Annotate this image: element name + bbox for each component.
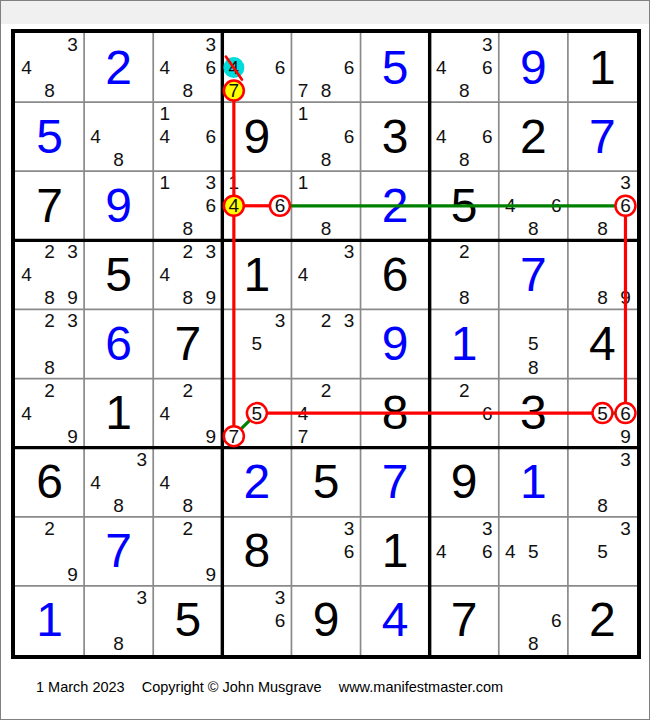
cell-r9c2[interactable]: 38 xyxy=(84,586,153,655)
candidate-6: 6 xyxy=(268,194,291,217)
solved-digit: 2 xyxy=(222,448,291,517)
candidate-8: 8 xyxy=(314,148,337,171)
candidate-3: 3 xyxy=(476,33,499,56)
cell-r6c2[interactable]: 1 xyxy=(84,379,153,448)
candidate-4: 4 xyxy=(153,125,176,148)
candidate-4: 4 xyxy=(430,125,453,148)
candidate-4: 4 xyxy=(15,402,38,425)
candidate-4: 4 xyxy=(153,56,176,79)
given-digit: 9 xyxy=(222,102,291,171)
candidate-5: 5 xyxy=(522,540,545,563)
cell-r6c5[interactable]: 247 xyxy=(291,379,360,448)
given-digit: 4 xyxy=(568,309,637,378)
cell-r4c8[interactable]: 7 xyxy=(499,240,568,309)
candidate-3: 3 xyxy=(338,309,361,332)
candidate-9: 9 xyxy=(614,425,637,448)
cell-r9c4[interactable]: 36 xyxy=(222,586,291,655)
candidate-8: 8 xyxy=(38,286,61,309)
cell-r6c7[interactable]: 26 xyxy=(430,379,499,448)
given-digit: 6 xyxy=(15,448,84,517)
candidate-1: 1 xyxy=(291,102,314,125)
candidate-9: 9 xyxy=(199,425,222,448)
candidate-3: 3 xyxy=(130,586,153,609)
given-digit: 2 xyxy=(499,102,568,171)
cell-r8c9[interactable]: 35 xyxy=(568,517,637,586)
solved-digit: 7 xyxy=(361,448,430,517)
cell-r2c3[interactable]: 146 xyxy=(153,102,222,171)
given-digit: 5 xyxy=(84,240,153,309)
candidate-4: 4 xyxy=(153,263,176,286)
cell-r1c7[interactable]: 3468 xyxy=(430,33,499,102)
cell-r2c1[interactable]: 5 xyxy=(15,102,84,171)
cell-r5c5[interactable]: 23 xyxy=(291,309,360,378)
candidate-8: 8 xyxy=(107,148,130,171)
cell-r9c3[interactable]: 5 xyxy=(153,586,222,655)
solved-digit: 5 xyxy=(15,102,84,171)
candidate-3: 3 xyxy=(61,240,84,263)
candidate-6: 6 xyxy=(199,56,222,79)
cell-r9c8[interactable]: 68 xyxy=(499,586,568,655)
candidate-8: 8 xyxy=(38,79,61,102)
candidate-5: 5 xyxy=(591,402,614,425)
candidate-5: 5 xyxy=(522,332,545,355)
solved-digit: 5 xyxy=(361,33,430,102)
footer: 1 March 2023 Copyright © John Musgrave w… xyxy=(36,679,503,695)
cell-r4c9[interactable]: 89 xyxy=(568,240,637,309)
cell-r4c5[interactable]: 34 xyxy=(291,240,360,309)
candidate-8: 8 xyxy=(522,356,545,379)
candidate-4: 4 xyxy=(153,471,176,494)
cell-r2c5[interactable]: 168 xyxy=(291,102,360,171)
candidate-8: 8 xyxy=(453,79,476,102)
candidate-3: 3 xyxy=(268,309,291,332)
solved-digit: 9 xyxy=(361,309,430,378)
given-digit: 1 xyxy=(84,379,153,448)
candidate-2: 2 xyxy=(38,379,61,402)
given-digit: 1 xyxy=(222,240,291,309)
given-digit: 5 xyxy=(291,448,360,517)
cell-r5c6[interactable]: 9 xyxy=(361,309,430,378)
cell-r8c1[interactable]: 29 xyxy=(15,517,84,586)
candidate-2: 2 xyxy=(176,240,199,263)
candidate-2: 2 xyxy=(176,379,199,402)
candidate-7: 7 xyxy=(222,79,245,102)
candidate-8: 8 xyxy=(591,286,614,309)
solved-digit: 7 xyxy=(499,240,568,309)
candidate-3: 3 xyxy=(61,309,84,332)
solved-digit: 9 xyxy=(499,33,568,102)
given-digit: 2 xyxy=(568,586,637,655)
cell-r4c2[interactable]: 5 xyxy=(84,240,153,309)
given-digit: 9 xyxy=(430,448,499,517)
cell-r5c3[interactable]: 7 xyxy=(153,309,222,378)
cell-r5c2[interactable]: 6 xyxy=(84,309,153,378)
cell-r4c7[interactable]: 28 xyxy=(430,240,499,309)
candidate-7: 7 xyxy=(291,425,314,448)
solved-digit: 1 xyxy=(15,586,84,655)
candidate-9: 9 xyxy=(614,286,637,309)
candidate-4: 4 xyxy=(153,402,176,425)
candidate-6: 6 xyxy=(338,56,361,79)
solved-digit: 2 xyxy=(84,33,153,102)
candidate-3: 3 xyxy=(130,448,153,471)
given-digit: 8 xyxy=(222,517,291,586)
solved-digit: 1 xyxy=(430,309,499,378)
cell-r2c4[interactable]: 9 xyxy=(222,102,291,171)
cell-r3c7[interactable]: 5 xyxy=(430,171,499,240)
cell-r6c8[interactable]: 3 xyxy=(499,379,568,448)
cell-r5c7[interactable]: 1 xyxy=(430,309,499,378)
candidate-3: 3 xyxy=(614,448,637,471)
candidate-8: 8 xyxy=(176,79,199,102)
candidate-9: 9 xyxy=(199,563,222,586)
cell-r1c9[interactable]: 1 xyxy=(568,33,637,102)
cell-r6c3[interactable]: 249 xyxy=(153,379,222,448)
candidate-4: 4 xyxy=(222,194,245,217)
cell-r1c4[interactable]: 467 xyxy=(222,33,291,102)
cell-r2c2[interactable]: 48 xyxy=(84,102,153,171)
candidate-8: 8 xyxy=(176,286,199,309)
cell-r9c7[interactable]: 7 xyxy=(430,586,499,655)
candidate-3: 3 xyxy=(199,171,222,194)
candidate-8: 8 xyxy=(453,286,476,309)
cell-r7c4[interactable]: 2 xyxy=(222,448,291,517)
cell-r9c6[interactable]: 4 xyxy=(361,586,430,655)
cell-r6c9[interactable]: 569 xyxy=(568,379,637,448)
given-digit: 1 xyxy=(568,33,637,102)
candidate-1: 1 xyxy=(222,171,245,194)
candidate-8: 8 xyxy=(522,632,545,655)
candidate-2: 2 xyxy=(38,309,61,332)
candidate-2: 2 xyxy=(453,240,476,263)
cell-r1c5[interactable]: 678 xyxy=(291,33,360,102)
solved-digit: 4 xyxy=(361,586,430,655)
candidate-2: 2 xyxy=(38,517,61,540)
cell-r9c1[interactable]: 1 xyxy=(15,586,84,655)
footer-website: www.manifestmaster.com xyxy=(339,679,503,695)
given-digit: 7 xyxy=(15,171,84,240)
candidate-6: 6 xyxy=(199,125,222,148)
cell-r4c6[interactable]: 6 xyxy=(361,240,430,309)
candidate-2: 2 xyxy=(176,517,199,540)
candidate-4: 4 xyxy=(15,56,38,79)
cell-r7c6[interactable]: 7 xyxy=(361,448,430,517)
candidate-6: 6 xyxy=(199,194,222,217)
cell-r1c6[interactable]: 5 xyxy=(361,33,430,102)
candidate-3: 3 xyxy=(338,240,361,263)
cell-r1c2[interactable]: 2 xyxy=(84,33,153,102)
cell-r2c6[interactable]: 3 xyxy=(361,102,430,171)
solved-digit: 9 xyxy=(84,171,153,240)
candidate-2: 2 xyxy=(453,379,476,402)
given-digit: 9 xyxy=(291,586,360,655)
cell-r8c3[interactable]: 29 xyxy=(153,517,222,586)
candidate-2: 2 xyxy=(314,309,337,332)
candidate-6: 6 xyxy=(545,194,568,217)
candidate-4: 4 xyxy=(499,540,522,563)
candidate-4: 4 xyxy=(291,263,314,286)
cell-r7c7[interactable]: 9 xyxy=(430,448,499,517)
candidate-1: 1 xyxy=(291,171,314,194)
candidate-6: 6 xyxy=(268,56,291,79)
cell-r3c6[interactable]: 2 xyxy=(361,171,430,240)
given-digit: 3 xyxy=(499,379,568,448)
candidate-3: 3 xyxy=(268,586,291,609)
candidate-8: 8 xyxy=(522,217,545,240)
candidate-9: 9 xyxy=(199,286,222,309)
cell-r8c7[interactable]: 346 xyxy=(430,517,499,586)
given-digit: 7 xyxy=(153,309,222,378)
candidate-8: 8 xyxy=(176,494,199,517)
cell-r8c8[interactable]: 45 xyxy=(499,517,568,586)
candidate-3: 3 xyxy=(199,33,222,56)
candidate-8: 8 xyxy=(453,148,476,171)
cell-r4c3[interactable]: 23489 xyxy=(153,240,222,309)
candidate-7: 7 xyxy=(291,79,314,102)
candidate-5: 5 xyxy=(591,540,614,563)
candidate-4: 4 xyxy=(430,56,453,79)
cell-r8c5[interactable]: 36 xyxy=(291,517,360,586)
cell-r3c9[interactable]: 368 xyxy=(568,171,637,240)
candidate-3: 3 xyxy=(338,517,361,540)
candidate-8: 8 xyxy=(107,494,130,517)
candidate-6: 6 xyxy=(476,402,499,425)
cell-r9c9[interactable]: 2 xyxy=(568,586,637,655)
candidate-3: 3 xyxy=(199,240,222,263)
candidate-6: 6 xyxy=(476,125,499,148)
cell-r1c1[interactable]: 348 xyxy=(15,33,84,102)
candidate-9: 9 xyxy=(61,286,84,309)
candidate-8: 8 xyxy=(591,217,614,240)
cell-r3c4[interactable]: 146 xyxy=(222,171,291,240)
candidate-6: 6 xyxy=(476,56,499,79)
cell-r7c1[interactable]: 6 xyxy=(15,448,84,517)
candidate-5: 5 xyxy=(245,402,268,425)
candidate-6: 6 xyxy=(338,540,361,563)
candidate-1: 1 xyxy=(153,102,176,125)
candidate-4: 4 xyxy=(222,56,245,79)
candidate-9: 9 xyxy=(61,425,84,448)
candidate-8: 8 xyxy=(591,494,614,517)
cell-r6c6[interactable]: 8 xyxy=(361,379,430,448)
candidate-3: 3 xyxy=(614,517,637,540)
given-digit: 1 xyxy=(361,517,430,586)
candidate-4: 4 xyxy=(430,540,453,563)
cell-r9c5[interactable]: 9 xyxy=(291,586,360,655)
candidate-5: 5 xyxy=(245,332,268,355)
given-digit: 8 xyxy=(361,379,430,448)
footer-date: 1 March 2023 xyxy=(36,679,125,695)
cell-r3c5[interactable]: 18 xyxy=(291,171,360,240)
cell-r5c9[interactable]: 4 xyxy=(568,309,637,378)
sudoku-board: 3482346846767853468915481469168346827791… xyxy=(11,29,641,659)
cell-r6c4[interactable]: 57 xyxy=(222,379,291,448)
cell-r2c9[interactable]: 7 xyxy=(568,102,637,171)
candidate-2: 2 xyxy=(314,379,337,402)
candidate-3: 3 xyxy=(614,171,637,194)
given-digit: 3 xyxy=(361,102,430,171)
cell-r1c3[interactable]: 3468 xyxy=(153,33,222,102)
candidate-8: 8 xyxy=(314,217,337,240)
candidate-3: 3 xyxy=(61,33,84,56)
solved-digit: 2 xyxy=(361,171,430,240)
candidate-6: 6 xyxy=(614,194,637,217)
page: { "game": "sudoku", "position": "0200050… xyxy=(0,0,650,720)
candidate-6: 6 xyxy=(614,402,637,425)
cell-r7c5[interactable]: 5 xyxy=(291,448,360,517)
cell-r4c4[interactable]: 1 xyxy=(222,240,291,309)
cell-r5c1[interactable]: 238 xyxy=(15,309,84,378)
given-digit: 7 xyxy=(430,586,499,655)
cell-r8c6[interactable]: 1 xyxy=(361,517,430,586)
cell-r8c2[interactable]: 7 xyxy=(84,517,153,586)
cell-r4c1[interactable]: 23489 xyxy=(15,240,84,309)
cell-r6c1[interactable]: 249 xyxy=(15,379,84,448)
cell-r3c3[interactable]: 1368 xyxy=(153,171,222,240)
candidate-7: 7 xyxy=(222,425,245,448)
candidate-4: 4 xyxy=(84,125,107,148)
cell-r5c8[interactable]: 58 xyxy=(499,309,568,378)
candidate-1: 1 xyxy=(153,171,176,194)
cell-r7c8[interactable]: 1 xyxy=(499,448,568,517)
solved-digit: 1 xyxy=(499,448,568,517)
candidate-4: 4 xyxy=(84,471,107,494)
candidate-8: 8 xyxy=(314,79,337,102)
cell-r5c4[interactable]: 35 xyxy=(222,309,291,378)
cell-r2c8[interactable]: 2 xyxy=(499,102,568,171)
cells-layer: 3482346846767853468915481469168346827791… xyxy=(15,33,637,655)
given-digit: 6 xyxy=(361,240,430,309)
candidate-3: 3 xyxy=(476,517,499,540)
candidate-6: 6 xyxy=(545,609,568,632)
candidate-8: 8 xyxy=(107,632,130,655)
given-digit: 5 xyxy=(153,586,222,655)
given-digit: 5 xyxy=(430,171,499,240)
candidate-6: 6 xyxy=(338,125,361,148)
solved-digit: 7 xyxy=(568,102,637,171)
candidate-6: 6 xyxy=(476,540,499,563)
cell-r2c7[interactable]: 468 xyxy=(430,102,499,171)
cell-r3c8[interactable]: 468 xyxy=(499,171,568,240)
candidate-8: 8 xyxy=(176,217,199,240)
cell-r7c9[interactable]: 38 xyxy=(568,448,637,517)
candidate-9: 9 xyxy=(61,563,84,586)
candidate-8: 8 xyxy=(38,356,61,379)
candidate-6: 6 xyxy=(268,609,291,632)
footer-copyright: Copyright © John Musgrave xyxy=(142,679,322,695)
cell-r7c3[interactable]: 48 xyxy=(153,448,222,517)
cell-r3c1[interactable]: 7 xyxy=(15,171,84,240)
top-strip xyxy=(1,1,650,24)
cell-r8c4[interactable]: 8 xyxy=(222,517,291,586)
candidate-4: 4 xyxy=(499,194,522,217)
candidate-2: 2 xyxy=(38,240,61,263)
candidate-4: 4 xyxy=(291,402,314,425)
candidate-4: 4 xyxy=(15,263,38,286)
cell-r7c2[interactable]: 348 xyxy=(84,448,153,517)
solved-digit: 6 xyxy=(84,309,153,378)
solved-digit: 7 xyxy=(84,517,153,586)
cell-r3c2[interactable]: 9 xyxy=(84,171,153,240)
cell-r1c8[interactable]: 9 xyxy=(499,33,568,102)
